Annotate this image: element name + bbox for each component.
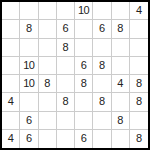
- clue-cell-r3c4[interactable]: 8: [57, 39, 75, 57]
- puzzle-board: 1048668810681088484888684668: [0, 0, 150, 150]
- empty-cell-r7c8[interactable]: [130, 112, 148, 130]
- empty-cell-r4c4[interactable]: [57, 57, 75, 75]
- clue-cell-r5c7[interactable]: 4: [112, 75, 130, 93]
- empty-cell-r2c3[interactable]: [39, 20, 57, 38]
- clue-cell-r5c8[interactable]: 8: [130, 75, 148, 93]
- clue-cell-r8c5[interactable]: 6: [75, 130, 93, 148]
- empty-cell-r1c1[interactable]: [2, 2, 20, 20]
- clue-cell-r6c8[interactable]: 8: [130, 93, 148, 111]
- empty-cell-r4c1[interactable]: [2, 57, 20, 75]
- empty-cell-r8c6[interactable]: [93, 130, 111, 148]
- empty-cell-r1c6[interactable]: [93, 2, 111, 20]
- clue-cell-r8c2[interactable]: 6: [20, 130, 38, 148]
- clue-cell-r6c6[interactable]: 8: [93, 93, 111, 111]
- empty-cell-r3c6[interactable]: [93, 39, 111, 57]
- empty-cell-r7c3[interactable]: [39, 112, 57, 130]
- empty-cell-r8c7[interactable]: [112, 130, 130, 148]
- empty-cell-r7c5[interactable]: [75, 112, 93, 130]
- empty-cell-r7c4[interactable]: [57, 112, 75, 130]
- clue-cell-r8c8[interactable]: 8: [130, 130, 148, 148]
- clue-cell-r5c5[interactable]: 8: [75, 75, 93, 93]
- empty-cell-r1c2[interactable]: [20, 2, 38, 20]
- empty-cell-r3c7[interactable]: [112, 39, 130, 57]
- empty-cell-r3c3[interactable]: [39, 39, 57, 57]
- empty-cell-r4c7[interactable]: [112, 57, 130, 75]
- empty-cell-r2c8[interactable]: [130, 20, 148, 38]
- clue-cell-r6c4[interactable]: 8: [57, 93, 75, 111]
- clue-cell-r2c4[interactable]: 6: [57, 20, 75, 38]
- empty-cell-r4c3[interactable]: [39, 57, 57, 75]
- clue-cell-r2c2[interactable]: 8: [20, 20, 38, 38]
- clue-cell-r8c1[interactable]: 4: [2, 130, 20, 148]
- empty-cell-r4c8[interactable]: [130, 57, 148, 75]
- empty-cell-r8c4[interactable]: [57, 130, 75, 148]
- empty-cell-r3c5[interactable]: [75, 39, 93, 57]
- empty-cell-r6c3[interactable]: [39, 93, 57, 111]
- empty-cell-r1c3[interactable]: [39, 2, 57, 20]
- empty-cell-r2c5[interactable]: [75, 20, 93, 38]
- empty-cell-r2c1[interactable]: [2, 20, 20, 38]
- clue-cell-r1c8[interactable]: 4: [130, 2, 148, 20]
- clue-cell-r4c5[interactable]: 6: [75, 57, 93, 75]
- empty-cell-r1c4[interactable]: [57, 2, 75, 20]
- empty-cell-r5c6[interactable]: [93, 75, 111, 93]
- empty-cell-r6c7[interactable]: [112, 93, 130, 111]
- empty-cell-r5c1[interactable]: [2, 75, 20, 93]
- clue-cell-r7c7[interactable]: 8: [112, 112, 130, 130]
- empty-cell-r1c7[interactable]: [112, 2, 130, 20]
- empty-cell-r5c4[interactable]: [57, 75, 75, 93]
- empty-cell-r7c1[interactable]: [2, 112, 20, 130]
- empty-cell-r7c6[interactable]: [93, 112, 111, 130]
- clue-cell-r5c3[interactable]: 8: [39, 75, 57, 93]
- clue-cell-r4c6[interactable]: 8: [93, 57, 111, 75]
- clue-cell-r1c5[interactable]: 10: [75, 2, 93, 20]
- empty-cell-r6c2[interactable]: [20, 93, 38, 111]
- clue-cell-r2c6[interactable]: 6: [93, 20, 111, 38]
- empty-cell-r3c8[interactable]: [130, 39, 148, 57]
- clue-cell-r4c2[interactable]: 10: [20, 57, 38, 75]
- clue-cell-r7c2[interactable]: 6: [20, 112, 38, 130]
- empty-cell-r3c1[interactable]: [2, 39, 20, 57]
- clue-cell-r6c1[interactable]: 4: [2, 93, 20, 111]
- empty-cell-r8c3[interactable]: [39, 130, 57, 148]
- empty-cell-r3c2[interactable]: [20, 39, 38, 57]
- clue-cell-r2c7[interactable]: 8: [112, 20, 130, 38]
- empty-cell-r6c5[interactable]: [75, 93, 93, 111]
- clue-cell-r5c2[interactable]: 10: [20, 75, 38, 93]
